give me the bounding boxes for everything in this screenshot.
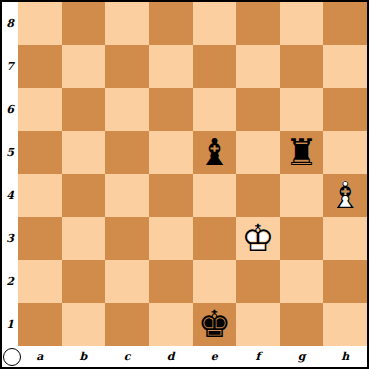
file-label-b: b bbox=[62, 346, 106, 367]
square-h2[interactable] bbox=[323, 260, 367, 303]
square-b4[interactable] bbox=[62, 174, 106, 217]
square-e2[interactable] bbox=[193, 260, 237, 303]
square-c8[interactable] bbox=[105, 2, 149, 45]
square-h3[interactable] bbox=[323, 217, 367, 260]
black-bishop[interactable]: ♝ bbox=[193, 131, 237, 174]
file-label-a: a bbox=[18, 346, 62, 367]
white-bishop[interactable]: ♝♗ bbox=[323, 174, 367, 217]
file-labels: abcdefgh bbox=[18, 346, 367, 367]
square-f4[interactable] bbox=[236, 174, 280, 217]
square-a7[interactable] bbox=[18, 45, 62, 88]
square-a3[interactable] bbox=[18, 217, 62, 260]
black-rook[interactable]: ♜ bbox=[280, 131, 324, 174]
rank-label-6: 6 bbox=[2, 88, 18, 131]
square-e3[interactable] bbox=[193, 217, 237, 260]
rank-label-1: 1 bbox=[2, 303, 18, 346]
square-a8[interactable] bbox=[18, 2, 62, 45]
file-label-h: h bbox=[323, 346, 367, 367]
square-f5[interactable] bbox=[236, 131, 280, 174]
square-g5[interactable]: ♜ bbox=[280, 131, 324, 174]
square-a5[interactable] bbox=[18, 131, 62, 174]
square-b5[interactable] bbox=[62, 131, 106, 174]
file-label-f: f bbox=[236, 346, 280, 367]
square-d6[interactable] bbox=[149, 88, 193, 131]
square-b2[interactable] bbox=[62, 260, 106, 303]
square-f7[interactable] bbox=[236, 45, 280, 88]
square-b3[interactable] bbox=[62, 217, 106, 260]
file-label-c: c bbox=[105, 346, 149, 367]
white-king[interactable]: ♚♔ bbox=[236, 217, 280, 260]
square-d5[interactable] bbox=[149, 131, 193, 174]
square-c5[interactable] bbox=[105, 131, 149, 174]
rank-label-2: 2 bbox=[2, 260, 18, 303]
square-g1[interactable] bbox=[280, 303, 324, 346]
rank-label-5: 5 bbox=[2, 131, 18, 174]
square-d8[interactable] bbox=[149, 2, 193, 45]
file-label-e: e bbox=[193, 346, 237, 367]
square-d3[interactable] bbox=[149, 217, 193, 260]
white-king-outline: ♔ bbox=[236, 217, 280, 260]
square-g4[interactable] bbox=[280, 174, 324, 217]
square-e1[interactable]: ♚ bbox=[193, 303, 237, 346]
square-d2[interactable] bbox=[149, 260, 193, 303]
rank-labels: 87654321 bbox=[2, 2, 18, 346]
rank-label-3: 3 bbox=[2, 217, 18, 260]
square-g8[interactable] bbox=[280, 2, 324, 45]
square-d4[interactable] bbox=[149, 174, 193, 217]
chess-board: ♝♜♝♗♚♔♚ bbox=[18, 2, 367, 346]
square-f1[interactable] bbox=[236, 303, 280, 346]
square-h5[interactable] bbox=[323, 131, 367, 174]
rank-label-8: 8 bbox=[2, 2, 18, 45]
square-a4[interactable] bbox=[18, 174, 62, 217]
white-to-move-indicator-icon bbox=[3, 348, 21, 366]
black-king[interactable]: ♚ bbox=[193, 303, 237, 346]
square-c4[interactable] bbox=[105, 174, 149, 217]
square-e4[interactable] bbox=[193, 174, 237, 217]
square-e7[interactable] bbox=[193, 45, 237, 88]
square-a6[interactable] bbox=[18, 88, 62, 131]
square-h4[interactable]: ♝♗ bbox=[323, 174, 367, 217]
square-a1[interactable] bbox=[18, 303, 62, 346]
square-f6[interactable] bbox=[236, 88, 280, 131]
square-e5[interactable]: ♝ bbox=[193, 131, 237, 174]
square-d7[interactable] bbox=[149, 45, 193, 88]
square-b8[interactable] bbox=[62, 2, 106, 45]
square-g7[interactable] bbox=[280, 45, 324, 88]
square-g3[interactable] bbox=[280, 217, 324, 260]
square-e8[interactable] bbox=[193, 2, 237, 45]
square-f8[interactable] bbox=[236, 2, 280, 45]
square-c1[interactable] bbox=[105, 303, 149, 346]
square-f2[interactable] bbox=[236, 260, 280, 303]
square-f3[interactable]: ♚♔ bbox=[236, 217, 280, 260]
file-label-d: d bbox=[149, 346, 193, 367]
file-label-g: g bbox=[280, 346, 324, 367]
square-a2[interactable] bbox=[18, 260, 62, 303]
rank-label-4: 4 bbox=[2, 174, 18, 217]
chess-diagram: ♝♜♝♗♚♔♚ 87654321 abcdefgh bbox=[0, 0, 369, 369]
square-c6[interactable] bbox=[105, 88, 149, 131]
square-b6[interactable] bbox=[62, 88, 106, 131]
rank-label-7: 7 bbox=[2, 45, 18, 88]
square-h1[interactable] bbox=[323, 303, 367, 346]
square-d1[interactable] bbox=[149, 303, 193, 346]
white-bishop-outline: ♗ bbox=[323, 174, 367, 217]
square-h6[interactable] bbox=[323, 88, 367, 131]
square-c7[interactable] bbox=[105, 45, 149, 88]
square-c3[interactable] bbox=[105, 217, 149, 260]
square-h8[interactable] bbox=[323, 2, 367, 45]
square-g6[interactable] bbox=[280, 88, 324, 131]
square-g2[interactable] bbox=[280, 260, 324, 303]
square-c2[interactable] bbox=[105, 260, 149, 303]
square-b7[interactable] bbox=[62, 45, 106, 88]
square-b1[interactable] bbox=[62, 303, 106, 346]
square-e6[interactable] bbox=[193, 88, 237, 131]
square-h7[interactable] bbox=[323, 45, 367, 88]
